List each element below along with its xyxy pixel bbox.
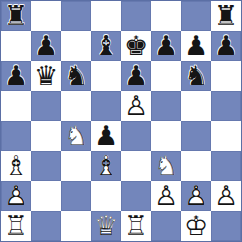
square-e7[interactable]: ♚ [121, 31, 151, 61]
black-rook[interactable]: ♜ [1, 1, 31, 31]
square-h2[interactable]: ♟♙ [211, 181, 241, 211]
white-rook[interactable]: ♜♖ [121, 211, 151, 241]
square-f1[interactable] [151, 211, 181, 241]
square-e8[interactable] [121, 1, 151, 31]
black-pawn-glyph: ♟ [184, 32, 208, 59]
black-rook-glyph: ♜ [214, 2, 238, 29]
square-h8[interactable]: ♜ [211, 1, 241, 31]
white-rook[interactable]: ♜♖ [1, 211, 31, 241]
white-knight-outline: ♘ [64, 122, 88, 149]
white-queen[interactable]: ♛♕ [91, 211, 121, 241]
square-f3[interactable]: ♞♘ [151, 151, 181, 181]
white-pawn-outline: ♙ [214, 182, 238, 209]
white-rook-outline: ♖ [124, 212, 148, 239]
square-d1[interactable]: ♛♕ [91, 211, 121, 241]
square-c1[interactable] [61, 211, 91, 241]
black-pawn[interactable]: ♟ [151, 31, 181, 61]
black-knight[interactable]: ♞ [61, 61, 91, 91]
white-bishop-outline: ♗ [4, 152, 28, 179]
square-b8[interactable] [31, 1, 61, 31]
white-pawn-outline: ♙ [184, 182, 208, 209]
square-d7[interactable]: ♝ [91, 31, 121, 61]
black-knight-glyph: ♞ [184, 62, 208, 89]
square-b3[interactable] [31, 151, 61, 181]
black-queen[interactable]: ♛ [31, 61, 61, 91]
black-knight-glyph: ♞ [64, 62, 88, 89]
square-a4[interactable] [1, 121, 31, 151]
square-a3[interactable]: ♝♗ [1, 151, 31, 181]
black-knight[interactable]: ♞ [181, 61, 211, 91]
square-f2[interactable]: ♟♙ [151, 181, 181, 211]
square-f8[interactable] [151, 1, 181, 31]
square-a1[interactable]: ♜♖ [1, 211, 31, 241]
square-h7[interactable]: ♟ [211, 31, 241, 61]
white-king[interactable]: ♚♔ [181, 211, 211, 241]
black-pawn-glyph: ♟ [154, 32, 178, 59]
square-g3[interactable] [181, 151, 211, 181]
square-f5[interactable] [151, 91, 181, 121]
square-b4[interactable] [31, 121, 61, 151]
black-queen-glyph: ♛ [34, 62, 58, 89]
square-e5[interactable]: ♟♙ [121, 91, 151, 121]
chess-board: ♜♜♟♝♚♟♟♟♟♛♞♟♞♟♙♞♘♟♝♗♝♗♞♘♟♙♟♙♟♙♟♙♜♖♛♕♜♖♚♔ [0, 0, 242, 242]
square-c2[interactable] [61, 181, 91, 211]
black-bishop-glyph: ♝ [94, 32, 118, 59]
square-c6[interactable]: ♞ [61, 61, 91, 91]
black-pawn[interactable]: ♟ [181, 31, 211, 61]
square-h6[interactable] [211, 61, 241, 91]
square-h1[interactable] [211, 211, 241, 241]
black-pawn-glyph: ♟ [34, 32, 58, 59]
black-pawn-glyph: ♟ [94, 122, 118, 149]
black-pawn-glyph: ♟ [214, 32, 238, 59]
square-f4[interactable] [151, 121, 181, 151]
square-a2[interactable]: ♟♙ [1, 181, 31, 211]
square-a8[interactable]: ♜ [1, 1, 31, 31]
black-pawn-glyph: ♟ [124, 62, 148, 89]
square-c4[interactable]: ♞♘ [61, 121, 91, 151]
square-e2[interactable] [121, 181, 151, 211]
black-pawn[interactable]: ♟ [1, 61, 31, 91]
square-b1[interactable] [31, 211, 61, 241]
square-e1[interactable]: ♜♖ [121, 211, 151, 241]
black-rook[interactable]: ♜ [211, 1, 241, 31]
square-b5[interactable] [31, 91, 61, 121]
white-bishop-outline: ♗ [94, 152, 118, 179]
black-pawn[interactable]: ♟ [31, 31, 61, 61]
square-d3[interactable]: ♝♗ [91, 151, 121, 181]
square-h3[interactable] [211, 151, 241, 181]
white-knight[interactable]: ♞♘ [151, 151, 181, 181]
square-g4[interactable] [181, 121, 211, 151]
black-pawn[interactable]: ♟ [211, 31, 241, 61]
white-pawn[interactable]: ♟♙ [1, 181, 31, 211]
square-d6[interactable] [91, 61, 121, 91]
square-c8[interactable] [61, 1, 91, 31]
black-rook-glyph: ♜ [4, 2, 28, 29]
square-e4[interactable] [121, 121, 151, 151]
square-g7[interactable]: ♟ [181, 31, 211, 61]
black-king-glyph: ♚ [124, 32, 148, 59]
square-h5[interactable] [211, 91, 241, 121]
square-g5[interactable] [181, 91, 211, 121]
white-pawn-outline: ♙ [124, 92, 148, 119]
white-queen-outline: ♕ [94, 212, 118, 239]
black-pawn[interactable]: ♟ [91, 121, 121, 151]
white-knight[interactable]: ♞♘ [61, 121, 91, 151]
square-e6[interactable]: ♟ [121, 61, 151, 91]
square-a7[interactable] [1, 31, 31, 61]
square-h4[interactable] [211, 121, 241, 151]
black-pawn[interactable]: ♟ [121, 61, 151, 91]
square-d2[interactable] [91, 181, 121, 211]
square-a5[interactable] [1, 91, 31, 121]
white-pawn-outline: ♙ [4, 182, 28, 209]
square-g6[interactable]: ♞ [181, 61, 211, 91]
white-bishop[interactable]: ♝♗ [1, 151, 31, 181]
square-b7[interactable]: ♟ [31, 31, 61, 61]
square-c3[interactable] [61, 151, 91, 181]
square-d4[interactable]: ♟ [91, 121, 121, 151]
black-king[interactable]: ♚ [121, 31, 151, 61]
square-c5[interactable] [61, 91, 91, 121]
square-g2[interactable]: ♟♙ [181, 181, 211, 211]
white-pawn[interactable]: ♟♙ [211, 181, 241, 211]
square-c7[interactable] [61, 31, 91, 61]
square-b6[interactable]: ♛ [31, 61, 61, 91]
white-knight-outline: ♘ [154, 152, 178, 179]
square-f7[interactable]: ♟ [151, 31, 181, 61]
square-a6[interactable]: ♟ [1, 61, 31, 91]
square-d8[interactable] [91, 1, 121, 31]
square-b2[interactable] [31, 181, 61, 211]
square-d5[interactable] [91, 91, 121, 121]
square-g8[interactable] [181, 1, 211, 31]
black-bishop[interactable]: ♝ [91, 31, 121, 61]
white-king-outline: ♔ [184, 212, 208, 239]
black-pawn-glyph: ♟ [4, 62, 28, 89]
square-f6[interactable] [151, 61, 181, 91]
white-pawn[interactable]: ♟♙ [151, 181, 181, 211]
white-pawn-outline: ♙ [154, 182, 178, 209]
square-g1[interactable]: ♚♔ [181, 211, 211, 241]
square-e3[interactable] [121, 151, 151, 181]
white-rook-outline: ♖ [4, 212, 28, 239]
white-pawn[interactable]: ♟♙ [181, 181, 211, 211]
white-bishop[interactable]: ♝♗ [91, 151, 121, 181]
white-pawn[interactable]: ♟♙ [121, 91, 151, 121]
